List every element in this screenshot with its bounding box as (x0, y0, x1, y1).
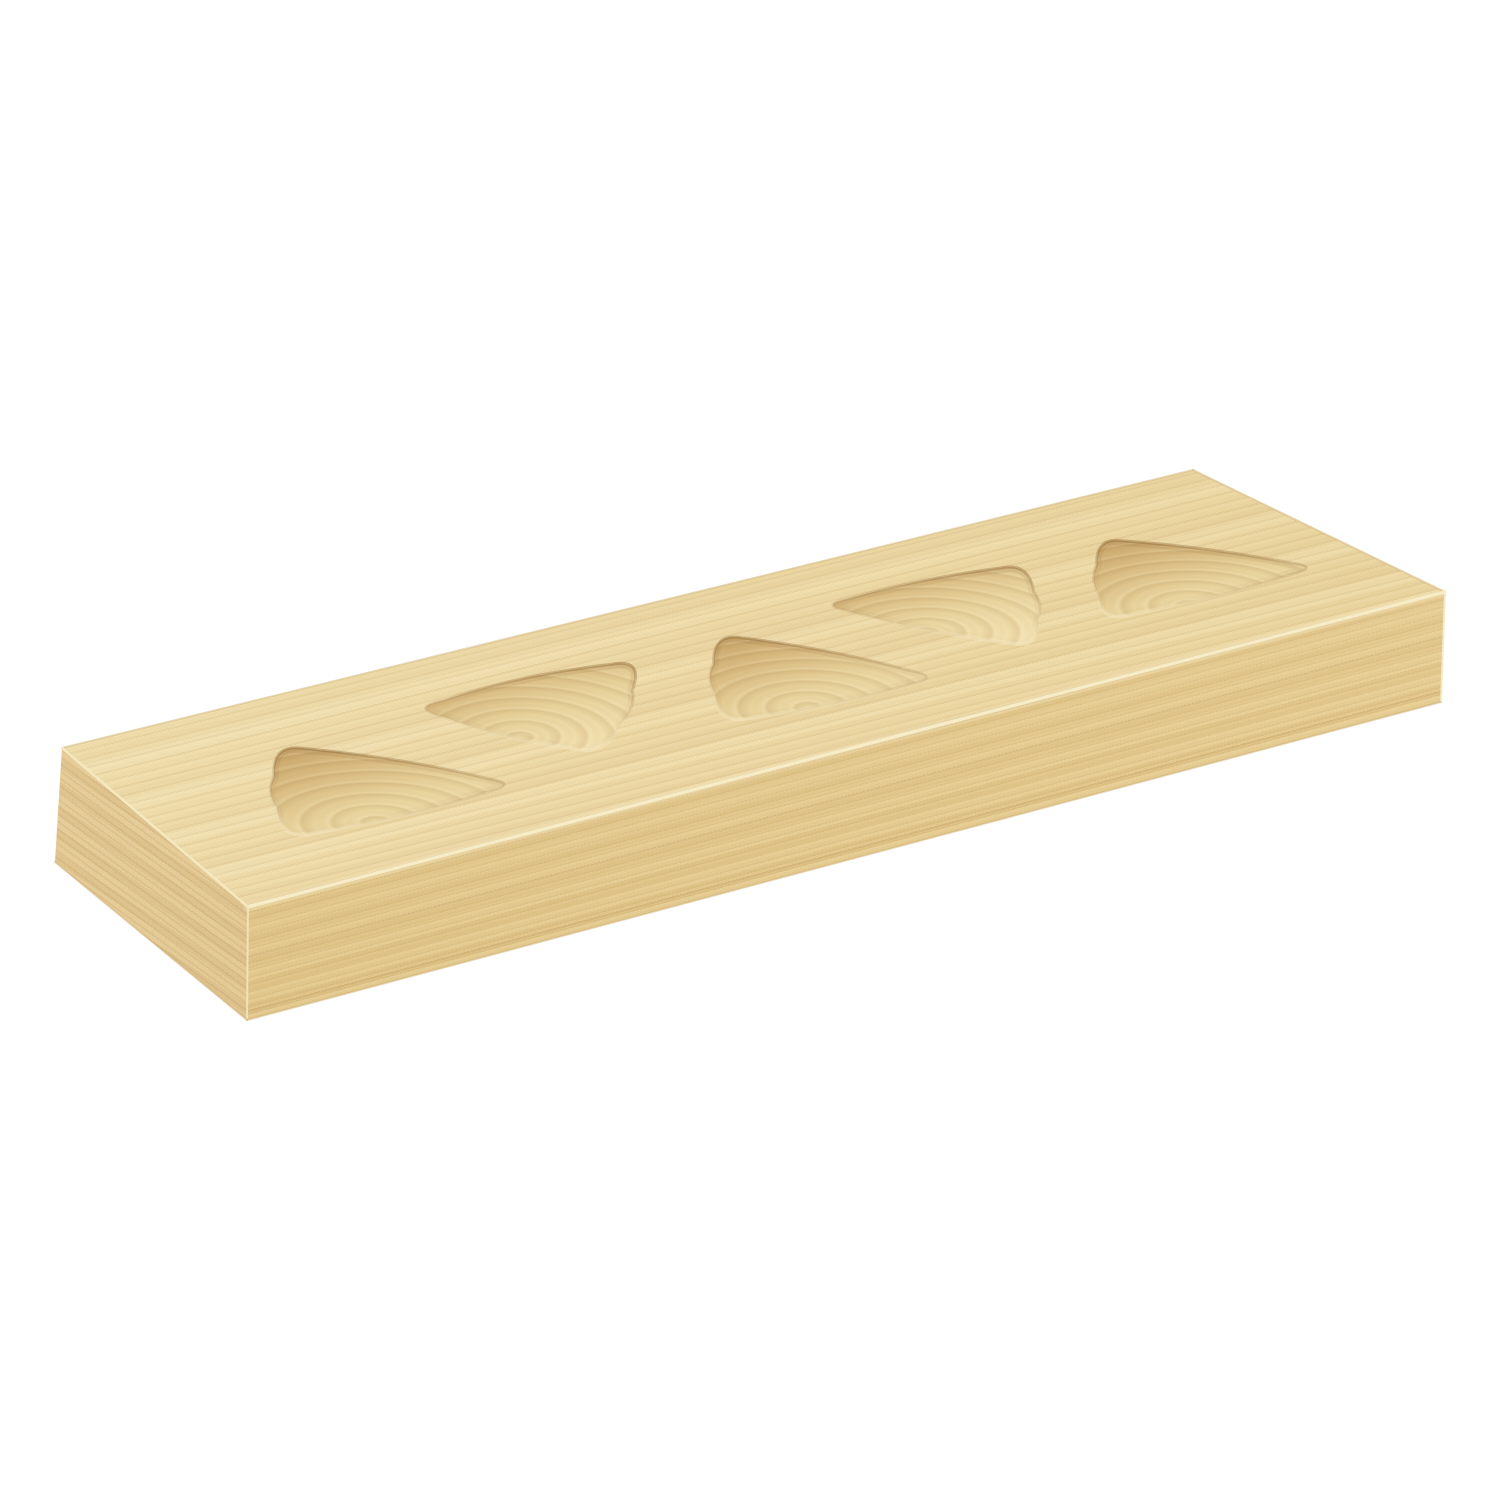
board-pits-overlay (0, 0, 1500, 1500)
edge-left_top_ridge (62, 748, 248, 907)
edge-left_bottom (55, 862, 247, 1020)
product-photo (0, 0, 1500, 1500)
edge-right_end_vertical (1441, 592, 1445, 702)
edge-front_left_vertical (247, 907, 248, 1020)
